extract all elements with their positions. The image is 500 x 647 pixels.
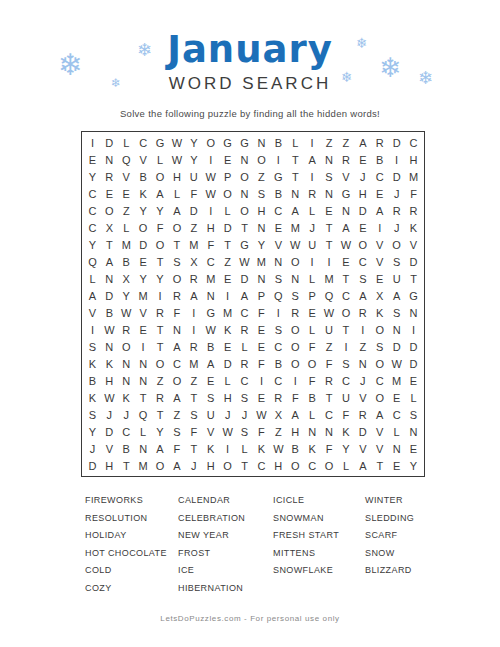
grid-cell[interactable]: F: [304, 338, 321, 355]
grid-cell[interactable]: E: [321, 202, 338, 219]
grid-cell[interactable]: C: [354, 253, 371, 270]
grid-cell[interactable]: O: [219, 457, 236, 474]
grid-cell[interactable]: N: [405, 304, 422, 321]
grid-cell[interactable]: J: [219, 406, 236, 423]
grid-cell[interactable]: M: [135, 457, 152, 474]
grid-cell[interactable]: W: [321, 304, 338, 321]
grid-cell[interactable]: E: [371, 185, 388, 202]
grid-cell[interactable]: F: [185, 423, 202, 440]
grid-cell[interactable]: N: [118, 355, 135, 372]
grid-cell[interactable]: S: [321, 168, 338, 185]
grid-cell[interactable]: I: [287, 372, 304, 389]
grid-cell[interactable]: W: [101, 389, 118, 406]
grid-cell[interactable]: K: [405, 219, 422, 236]
grid-cell[interactable]: D: [101, 423, 118, 440]
grid-cell[interactable]: O: [304, 355, 321, 372]
grid-cell[interactable]: G: [236, 134, 253, 151]
grid-cell[interactable]: V: [84, 304, 101, 321]
grid-cell[interactable]: U: [337, 389, 354, 406]
grid-cell[interactable]: Y: [253, 236, 270, 253]
grid-cell[interactable]: Z: [253, 168, 270, 185]
grid-cell[interactable]: O: [287, 253, 304, 270]
grid-cell[interactable]: H: [202, 457, 219, 474]
grid-cell[interactable]: D: [84, 457, 101, 474]
grid-cell[interactable]: M: [135, 287, 152, 304]
grid-cell[interactable]: O: [287, 355, 304, 372]
grid-cell[interactable]: R: [321, 372, 338, 389]
grid-cell[interactable]: O: [253, 151, 270, 168]
grid-cell[interactable]: D: [354, 423, 371, 440]
grid-cell[interactable]: D: [405, 338, 422, 355]
grid-cell[interactable]: D: [388, 338, 405, 355]
grid-cell[interactable]: O: [321, 457, 338, 474]
grid-cell[interactable]: N: [253, 219, 270, 236]
grid-cell[interactable]: R: [354, 406, 371, 423]
grid-cell[interactable]: F: [168, 304, 185, 321]
grid-cell[interactable]: Y: [185, 151, 202, 168]
grid-cell[interactable]: V: [270, 236, 287, 253]
grid-cell[interactable]: H: [270, 457, 287, 474]
grid-cell[interactable]: F: [304, 372, 321, 389]
grid-cell[interactable]: B: [135, 168, 152, 185]
grid-cell[interactable]: N: [270, 253, 287, 270]
grid-cell[interactable]: S: [236, 423, 253, 440]
grid-cell[interactable]: J: [304, 219, 321, 236]
grid-cell[interactable]: Y: [152, 423, 169, 440]
grid-cell[interactable]: S: [287, 287, 304, 304]
grid-cell[interactable]: K: [371, 304, 388, 321]
grid-cell[interactable]: T: [236, 457, 253, 474]
grid-cell[interactable]: S: [405, 406, 422, 423]
grid-cell[interactable]: W: [253, 406, 270, 423]
grid-cell[interactable]: A: [84, 287, 101, 304]
grid-cell[interactable]: Y: [84, 423, 101, 440]
grid-cell[interactable]: Y: [337, 440, 354, 457]
grid-cell[interactable]: K: [84, 389, 101, 406]
grid-cell[interactable]: N: [405, 423, 422, 440]
grid-cell[interactable]: R: [337, 151, 354, 168]
grid-cell[interactable]: M: [405, 168, 422, 185]
grid-cell[interactable]: N: [168, 321, 185, 338]
grid-cell[interactable]: U: [185, 168, 202, 185]
grid-cell[interactable]: B: [84, 372, 101, 389]
grid-cell[interactable]: Y: [405, 457, 422, 474]
grid-cell[interactable]: R: [287, 304, 304, 321]
grid-cell[interactable]: T: [321, 219, 338, 236]
grid-cell[interactable]: T: [405, 270, 422, 287]
grid-cell[interactable]: D: [185, 202, 202, 219]
grid-cell[interactable]: O: [152, 236, 169, 253]
grid-cell[interactable]: T: [118, 457, 135, 474]
grid-cell[interactable]: K: [202, 440, 219, 457]
grid-cell[interactable]: C: [236, 372, 253, 389]
grid-cell[interactable]: W: [270, 440, 287, 457]
grid-cell[interactable]: F: [321, 355, 338, 372]
grid-cell[interactable]: M: [202, 270, 219, 287]
grid-cell[interactable]: Y: [84, 236, 101, 253]
grid-cell[interactable]: F: [405, 185, 422, 202]
grid-cell[interactable]: N: [388, 440, 405, 457]
grid-cell[interactable]: T: [236, 219, 253, 236]
grid-cell[interactable]: C: [337, 287, 354, 304]
grid-cell[interactable]: B: [304, 389, 321, 406]
grid-cell[interactable]: O: [287, 457, 304, 474]
grid-cell[interactable]: E: [337, 253, 354, 270]
grid-cell[interactable]: A: [101, 253, 118, 270]
grid-cell[interactable]: C: [118, 423, 135, 440]
grid-cell[interactable]: N: [135, 372, 152, 389]
grid-cell[interactable]: C: [84, 219, 101, 236]
grid-cell[interactable]: J: [388, 219, 405, 236]
grid-cell[interactable]: T: [152, 321, 169, 338]
grid-cell[interactable]: O: [337, 304, 354, 321]
grid-cell[interactable]: L: [304, 270, 321, 287]
grid-cell[interactable]: A: [354, 134, 371, 151]
grid-cell[interactable]: W: [168, 134, 185, 151]
grid-cell[interactable]: I: [185, 321, 202, 338]
grid-cell[interactable]: O: [152, 355, 169, 372]
grid-cell[interactable]: W: [337, 236, 354, 253]
grid-cell[interactable]: U: [321, 321, 338, 338]
grid-cell[interactable]: C: [371, 168, 388, 185]
grid-cell[interactable]: F: [168, 440, 185, 457]
grid-cell[interactable]: N: [101, 151, 118, 168]
grid-cell[interactable]: O: [371, 321, 388, 338]
grid-cell[interactable]: C: [270, 372, 287, 389]
grid-cell[interactable]: E: [219, 270, 236, 287]
grid-cell[interactable]: I: [84, 321, 101, 338]
grid-cell[interactable]: H: [405, 151, 422, 168]
grid-cell[interactable]: L: [287, 134, 304, 151]
grid-cell[interactable]: F: [185, 185, 202, 202]
grid-cell[interactable]: R: [388, 202, 405, 219]
grid-cell[interactable]: C: [337, 372, 354, 389]
grid-cell[interactable]: V: [135, 304, 152, 321]
grid-cell[interactable]: B: [202, 338, 219, 355]
grid-cell[interactable]: F: [253, 355, 270, 372]
grid-cell[interactable]: V: [135, 151, 152, 168]
grid-cell[interactable]: I: [185, 304, 202, 321]
grid-cell[interactable]: L: [219, 372, 236, 389]
grid-cell[interactable]: N: [236, 151, 253, 168]
grid-cell[interactable]: I: [321, 253, 338, 270]
grid-cell[interactable]: Y: [152, 270, 169, 287]
grid-cell[interactable]: L: [236, 440, 253, 457]
grid-cell[interactable]: R: [405, 202, 422, 219]
grid-cell[interactable]: D: [101, 287, 118, 304]
grid-cell[interactable]: L: [388, 423, 405, 440]
grid-cell[interactable]: O: [388, 236, 405, 253]
grid-cell[interactable]: A: [152, 440, 169, 457]
grid-cell[interactable]: Y: [185, 134, 202, 151]
grid-cell[interactable]: M: [185, 236, 202, 253]
grid-cell[interactable]: B: [270, 134, 287, 151]
grid-cell[interactable]: O: [168, 372, 185, 389]
grid-cell[interactable]: T: [185, 389, 202, 406]
grid-cell[interactable]: V: [371, 236, 388, 253]
grid-cell[interactable]: W: [388, 355, 405, 372]
grid-cell[interactable]: D: [135, 236, 152, 253]
grid-cell[interactable]: T: [287, 168, 304, 185]
grid-cell[interactable]: R: [118, 321, 135, 338]
grid-cell[interactable]: D: [236, 270, 253, 287]
grid-cell[interactable]: L: [118, 219, 135, 236]
grid-cell[interactable]: S: [84, 406, 101, 423]
grid-cell[interactable]: J: [101, 406, 118, 423]
grid-cell[interactable]: R: [185, 270, 202, 287]
grid-cell[interactable]: H: [202, 219, 219, 236]
grid-cell[interactable]: K: [84, 355, 101, 372]
grid-cell[interactable]: T: [152, 253, 169, 270]
grid-cell[interactable]: E: [354, 151, 371, 168]
grid-cell[interactable]: M: [219, 304, 236, 321]
grid-cell[interactable]: T: [321, 236, 338, 253]
grid-cell[interactable]: V: [118, 168, 135, 185]
grid-cell[interactable]: W: [202, 168, 219, 185]
grid-cell[interactable]: W: [202, 321, 219, 338]
grid-cell[interactable]: Z: [168, 406, 185, 423]
grid-cell[interactable]: D: [388, 168, 405, 185]
grid-cell[interactable]: Q: [135, 406, 152, 423]
grid-cell[interactable]: A: [202, 355, 219, 372]
grid-cell[interactable]: N: [135, 440, 152, 457]
grid-cell[interactable]: V: [354, 440, 371, 457]
grid-cell[interactable]: C: [371, 372, 388, 389]
grid-cell[interactable]: C: [202, 253, 219, 270]
grid-cell[interactable]: R: [371, 134, 388, 151]
grid-cell[interactable]: N: [287, 185, 304, 202]
grid-cell[interactable]: W: [219, 423, 236, 440]
grid-cell[interactable]: I: [152, 287, 169, 304]
grid-cell[interactable]: S: [337, 355, 354, 372]
grid-cell[interactable]: D: [388, 134, 405, 151]
grid-cell[interactable]: V: [354, 389, 371, 406]
grid-cell[interactable]: E: [388, 389, 405, 406]
grid-cell[interactable]: Z: [185, 219, 202, 236]
grid-cell[interactable]: U: [202, 406, 219, 423]
grid-cell[interactable]: T: [168, 236, 185, 253]
grid-cell[interactable]: F: [253, 304, 270, 321]
grid-cell[interactable]: P: [219, 168, 236, 185]
grid-cell[interactable]: E: [253, 389, 270, 406]
grid-cell[interactable]: X: [185, 253, 202, 270]
grid-cell[interactable]: Q: [84, 253, 101, 270]
grid-cell[interactable]: P: [304, 287, 321, 304]
grid-cell[interactable]: A: [337, 219, 354, 236]
grid-cell[interactable]: O: [236, 168, 253, 185]
grid-cell[interactable]: Z: [321, 134, 338, 151]
grid-cell[interactable]: V: [101, 440, 118, 457]
grid-cell[interactable]: F: [253, 423, 270, 440]
grid-cell[interactable]: I: [84, 134, 101, 151]
grid-cell[interactable]: V: [371, 440, 388, 457]
grid-cell[interactable]: C: [253, 457, 270, 474]
grid-cell[interactable]: E: [388, 457, 405, 474]
grid-cell[interactable]: I: [253, 372, 270, 389]
grid-cell[interactable]: Y: [152, 202, 169, 219]
grid-cell[interactable]: G: [219, 134, 236, 151]
grid-cell[interactable]: I: [337, 338, 354, 355]
grid-cell[interactable]: E: [270, 219, 287, 236]
grid-cell[interactable]: T: [321, 389, 338, 406]
grid-cell[interactable]: F: [152, 219, 169, 236]
grid-cell[interactable]: I: [219, 287, 236, 304]
grid-cell[interactable]: A: [168, 389, 185, 406]
grid-cell[interactable]: N: [321, 185, 338, 202]
grid-cell[interactable]: R: [185, 338, 202, 355]
grid-cell[interactable]: N: [135, 355, 152, 372]
grid-cell[interactable]: L: [304, 321, 321, 338]
grid-cell[interactable]: Y: [135, 270, 152, 287]
grid-cell[interactable]: A: [152, 185, 169, 202]
grid-cell[interactable]: I: [219, 440, 236, 457]
grid-cell[interactable]: Y: [118, 287, 135, 304]
grid-cell[interactable]: E: [101, 185, 118, 202]
grid-cell[interactable]: E: [135, 321, 152, 338]
grid-cell[interactable]: T: [101, 236, 118, 253]
grid-cell[interactable]: E: [371, 270, 388, 287]
grid-cell[interactable]: U: [304, 236, 321, 253]
grid-cell[interactable]: D: [405, 355, 422, 372]
grid-cell[interactable]: H: [219, 389, 236, 406]
grid-cell[interactable]: C: [270, 338, 287, 355]
grid-cell[interactable]: M: [321, 270, 338, 287]
grid-cell[interactable]: N: [321, 423, 338, 440]
grid-cell[interactable]: H: [101, 457, 118, 474]
grid-cell[interactable]: O: [202, 134, 219, 151]
grid-cell[interactable]: Z: [152, 372, 169, 389]
grid-cell[interactable]: A: [371, 406, 388, 423]
grid-cell[interactable]: I: [304, 168, 321, 185]
grid-cell[interactable]: O: [354, 236, 371, 253]
grid-cell[interactable]: S: [185, 406, 202, 423]
grid-cell[interactable]: I: [304, 134, 321, 151]
grid-cell[interactable]: F: [287, 389, 304, 406]
grid-cell[interactable]: K: [304, 440, 321, 457]
grid-cell[interactable]: M: [185, 355, 202, 372]
grid-cell[interactable]: X: [118, 270, 135, 287]
grid-cell[interactable]: L: [219, 202, 236, 219]
grid-cell[interactable]: N: [253, 134, 270, 151]
grid-cell[interactable]: C: [304, 457, 321, 474]
grid-cell[interactable]: N: [287, 270, 304, 287]
grid-cell[interactable]: N: [101, 270, 118, 287]
grid-cell[interactable]: V: [371, 423, 388, 440]
grid-cell[interactable]: L: [337, 457, 354, 474]
grid-cell[interactable]: Z: [337, 134, 354, 151]
grid-cell[interactable]: A: [354, 287, 371, 304]
grid-cell[interactable]: S: [388, 304, 405, 321]
grid-cell[interactable]: R: [270, 389, 287, 406]
grid-cell[interactable]: N: [202, 287, 219, 304]
grid-cell[interactable]: G: [152, 134, 169, 151]
grid-cell[interactable]: W: [101, 321, 118, 338]
grid-cell[interactable]: Z: [185, 372, 202, 389]
grid-cell[interactable]: R: [168, 287, 185, 304]
grid-cell[interactable]: B: [270, 355, 287, 372]
grid-cell[interactable]: E: [253, 338, 270, 355]
grid-cell[interactable]: U: [388, 270, 405, 287]
grid-cell[interactable]: I: [304, 253, 321, 270]
grid-cell[interactable]: X: [270, 406, 287, 423]
grid-cell[interactable]: V: [371, 253, 388, 270]
grid-cell[interactable]: B: [118, 440, 135, 457]
grid-cell[interactable]: O: [168, 270, 185, 287]
grid-cell[interactable]: L: [118, 134, 135, 151]
grid-cell[interactable]: M: [388, 372, 405, 389]
grid-cell[interactable]: E: [253, 321, 270, 338]
grid-cell[interactable]: R: [152, 304, 169, 321]
grid-cell[interactable]: H: [354, 185, 371, 202]
grid-cell[interactable]: L: [236, 338, 253, 355]
grid-cell[interactable]: S: [270, 270, 287, 287]
grid-cell[interactable]: Q: [118, 151, 135, 168]
grid-cell[interactable]: M: [287, 219, 304, 236]
grid-cell[interactable]: X: [371, 287, 388, 304]
grid-cell[interactable]: E: [304, 304, 321, 321]
grid-cell[interactable]: A: [168, 457, 185, 474]
grid-cell[interactable]: Z: [321, 338, 338, 355]
grid-cell[interactable]: O: [287, 321, 304, 338]
grid-cell[interactable]: S: [236, 389, 253, 406]
grid-cell[interactable]: L: [304, 406, 321, 423]
grid-cell[interactable]: D: [405, 253, 422, 270]
grid-cell[interactable]: D: [219, 355, 236, 372]
grid-cell[interactable]: T: [337, 270, 354, 287]
grid-cell[interactable]: N: [236, 185, 253, 202]
grid-cell[interactable]: J: [354, 168, 371, 185]
grid-cell[interactable]: O: [135, 219, 152, 236]
grid-cell[interactable]: S: [270, 321, 287, 338]
grid-cell[interactable]: D: [101, 134, 118, 151]
grid-cell[interactable]: S: [371, 338, 388, 355]
grid-cell[interactable]: T: [219, 236, 236, 253]
grid-cell[interactable]: R: [304, 185, 321, 202]
grid-cell[interactable]: K: [253, 440, 270, 457]
grid-cell[interactable]: L: [168, 185, 185, 202]
grid-cell[interactable]: Z: [219, 253, 236, 270]
grid-cell[interactable]: K: [135, 185, 152, 202]
grid-cell[interactable]: G: [202, 304, 219, 321]
grid-cell[interactable]: G: [236, 236, 253, 253]
grid-cell[interactable]: S: [168, 253, 185, 270]
grid-cell[interactable]: L: [84, 270, 101, 287]
grid-cell[interactable]: T: [152, 338, 169, 355]
grid-cell[interactable]: J: [84, 440, 101, 457]
grid-cell[interactable]: N: [354, 355, 371, 372]
grid-cell[interactable]: B: [118, 253, 135, 270]
grid-cell[interactable]: D: [354, 202, 371, 219]
grid-cell[interactable]: O: [168, 219, 185, 236]
grid-cell[interactable]: Z: [354, 338, 371, 355]
grid-cell[interactable]: R: [101, 168, 118, 185]
grid-cell[interactable]: A: [304, 151, 321, 168]
grid-cell[interactable]: A: [236, 287, 253, 304]
grid-cell[interactable]: R: [354, 304, 371, 321]
grid-cell[interactable]: W: [287, 236, 304, 253]
grid-cell[interactable]: C: [84, 202, 101, 219]
grid-cell[interactable]: R: [236, 321, 253, 338]
grid-cell[interactable]: O: [152, 457, 169, 474]
grid-cell[interactable]: K: [219, 321, 236, 338]
grid-cell[interactable]: W: [236, 253, 253, 270]
grid-cell[interactable]: C: [388, 406, 405, 423]
grid-cell[interactable]: A: [287, 202, 304, 219]
grid-cell[interactable]: A: [168, 338, 185, 355]
grid-cell[interactable]: T: [287, 151, 304, 168]
grid-cell[interactable]: I: [202, 151, 219, 168]
grid-cell[interactable]: V: [202, 423, 219, 440]
